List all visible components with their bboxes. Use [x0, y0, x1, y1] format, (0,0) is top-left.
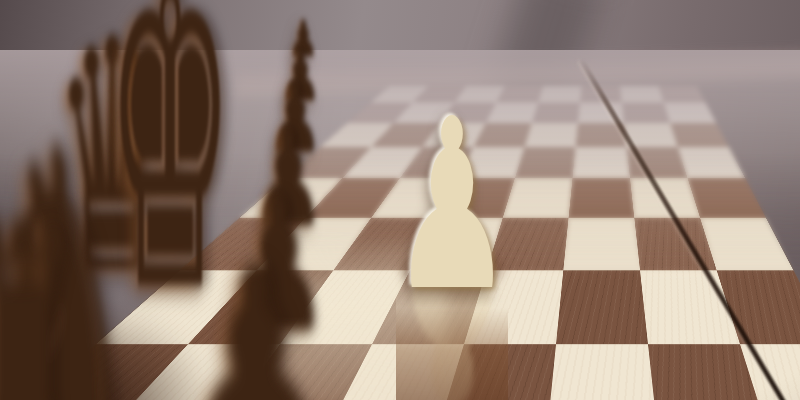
white-pawn-square-shadow — [398, 248, 506, 290]
board-square — [556, 270, 648, 344]
chess-photo-scene: ♟ ♟♟♟♟♛♚♟♟♟♞♜ — [0, 0, 800, 400]
board-square — [545, 344, 660, 400]
foreground-dark-mass — [0, 300, 220, 400]
